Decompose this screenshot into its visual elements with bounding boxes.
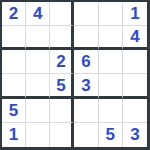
cell-r1c6[interactable]: 1: [123, 2, 147, 26]
cell-r5c6[interactable]: [123, 99, 147, 123]
cell-r5c2[interactable]: [26, 99, 50, 123]
cell-r3c4[interactable]: 6: [74, 50, 98, 74]
cell-r3c2[interactable]: [26, 50, 50, 74]
cell-r4c2[interactable]: [26, 74, 50, 98]
given-digit: 4: [33, 5, 42, 22]
given-digit: 6: [81, 53, 90, 70]
cell-r1c4[interactable]: [74, 2, 98, 26]
given-digit: 4: [130, 28, 139, 45]
cell-r3c3[interactable]: 2: [50, 50, 74, 74]
cell-r2c2[interactable]: [26, 26, 50, 50]
cell-r5c4[interactable]: [74, 99, 98, 123]
cell-r2c5[interactable]: [99, 26, 123, 50]
cell-r4c6[interactable]: [123, 74, 147, 98]
cell-r6c3[interactable]: [50, 123, 74, 147]
cell-r5c5[interactable]: [99, 99, 123, 123]
given-digit: 1: [130, 5, 139, 22]
cell-r2c1[interactable]: [2, 26, 26, 50]
cell-r6c6[interactable]: 3: [123, 123, 147, 147]
cell-r2c6[interactable]: 4: [123, 26, 147, 50]
cell-r1c2[interactable]: 4: [26, 2, 50, 26]
cell-r1c5[interactable]: [99, 2, 123, 26]
cell-r2c3[interactable]: [50, 26, 74, 50]
cell-r1c1[interactable]: 2: [2, 2, 26, 26]
given-digit: 5: [106, 126, 115, 143]
cell-r3c5[interactable]: [99, 50, 123, 74]
cell-r6c5[interactable]: 5: [99, 123, 123, 147]
given-digit: 2: [56, 53, 65, 70]
given-digit: 5: [9, 102, 18, 119]
cell-r4c1[interactable]: [2, 74, 26, 98]
cell-r4c5[interactable]: [99, 74, 123, 98]
given-digit: 1: [9, 126, 18, 143]
cell-r4c4[interactable]: 3: [74, 74, 98, 98]
given-digit: 3: [81, 77, 90, 94]
cell-r1c3[interactable]: [50, 2, 74, 26]
cell-r3c6[interactable]: [123, 50, 147, 74]
given-digit: 3: [130, 126, 139, 143]
cell-r6c1[interactable]: 1: [2, 123, 26, 147]
given-digit: 5: [56, 77, 65, 94]
cell-r4c3[interactable]: 5: [50, 74, 74, 98]
sudoku-board: 241426535153: [0, 0, 150, 150]
cell-r5c1[interactable]: 5: [2, 99, 26, 123]
cell-r6c4[interactable]: [74, 123, 98, 147]
cell-r6c2[interactable]: [26, 123, 50, 147]
given-digit: 2: [9, 5, 18, 22]
cell-r5c3[interactable]: [50, 99, 74, 123]
cell-r2c4[interactable]: [74, 26, 98, 50]
cell-r3c1[interactable]: [2, 50, 26, 74]
